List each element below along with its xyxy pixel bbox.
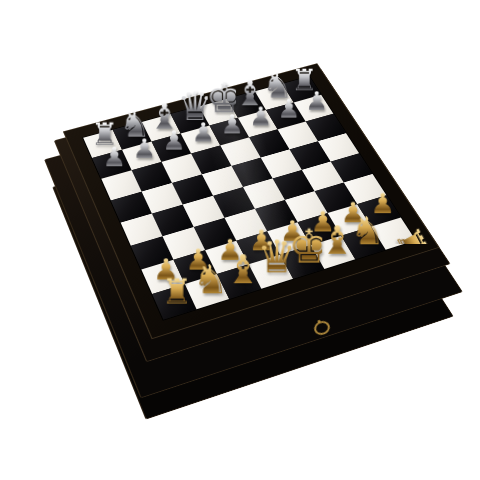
square-a7[interactable]: ♟ xyxy=(92,150,132,179)
square-a1[interactable]: ♜ xyxy=(152,284,196,320)
piece-e7-silver-pawn[interactable]: ♟ xyxy=(217,113,248,136)
piece-f7-silver-pawn[interactable]: ♟ xyxy=(245,105,276,128)
piece-d1-gold-queen[interactable]: ♛ xyxy=(257,237,291,277)
piece-g1-gold-knight[interactable]: ♞ xyxy=(350,214,383,249)
piece-d7-silver-pawn[interactable]: ♟ xyxy=(188,121,219,145)
board-3d-scene: ♜♞♝♛♚♝♞♜♟♟♟♟♟♟♟♟♟♟♟♟♟♟♟♟♜♞♝♛♚♝♞♜ xyxy=(0,0,480,480)
piece-c1-gold-bishop[interactable]: ♝ xyxy=(225,252,259,288)
piece-b7-silver-pawn[interactable]: ♟ xyxy=(129,137,160,161)
piece-b1-gold-knight[interactable]: ♞ xyxy=(193,262,228,298)
piece-h7-silver-pawn[interactable]: ♟ xyxy=(301,90,331,113)
piece-a1-gold-rook[interactable]: ♜ xyxy=(160,277,195,308)
piece-a7-silver-pawn[interactable]: ♟ xyxy=(98,145,130,169)
product-photo-stage: ♜♞♝♛♚♝♞♜♟♟♟♟♟♟♟♟♟♟♟♟♟♟♟♟♜♞♝♛♚♝♞♜ xyxy=(0,0,480,480)
piece-g7-silver-pawn[interactable]: ♟ xyxy=(273,97,303,120)
piece-c7-silver-pawn[interactable]: ♟ xyxy=(158,129,189,153)
chess-board-box: ♜♞♝♛♚♝♞♜♟♟♟♟♟♟♟♟♟♟♟♟♟♟♟♟♜♞♝♛♚♝♞♜ xyxy=(63,63,440,339)
